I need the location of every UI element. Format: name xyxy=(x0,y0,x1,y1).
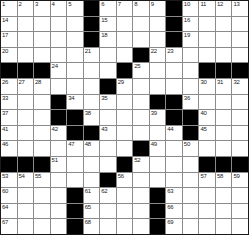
cell-r6c3[interactable]: 28 xyxy=(34,79,50,94)
clue-number: 1 xyxy=(2,1,5,8)
cell-r9c6-black xyxy=(84,126,100,141)
cell-r3c6-black xyxy=(84,32,100,47)
clue-number: 69 xyxy=(167,219,173,226)
cell-r2c1[interactable]: 14 xyxy=(1,17,17,32)
cell-r14c14[interactable] xyxy=(216,204,232,219)
cell-r3c2[interactable] xyxy=(18,32,34,47)
clue-number: 48 xyxy=(85,141,91,148)
cell-r9c14[interactable] xyxy=(216,126,232,141)
cell-r14c12[interactable] xyxy=(183,204,199,219)
cell-r6c11[interactable] xyxy=(166,79,182,94)
cell-r3c7[interactable]: 18 xyxy=(100,32,116,47)
clue-number: 29 xyxy=(118,79,124,86)
clue-number: 10 xyxy=(184,1,190,8)
cell-r12c6[interactable] xyxy=(84,173,100,188)
cell-r12c5[interactable] xyxy=(67,173,83,188)
clue-number: 39 xyxy=(151,110,157,117)
cell-r3c11-black xyxy=(166,32,182,47)
clue-number: 67 xyxy=(2,219,8,226)
cell-r15c12[interactable] xyxy=(183,219,199,234)
clue-number: 50 xyxy=(184,141,190,148)
clue-number: 64 xyxy=(2,204,8,211)
cell-r13c10-black xyxy=(150,188,166,203)
cell-r7c2[interactable] xyxy=(18,95,34,110)
cell-r9c15[interactable] xyxy=(232,126,248,141)
cell-r3c15[interactable] xyxy=(232,32,248,47)
cell-r5c4[interactable]: 24 xyxy=(51,63,67,78)
cell-r2c9[interactable] xyxy=(133,17,149,32)
cell-r11c10[interactable] xyxy=(150,157,166,172)
cell-r12c4[interactable] xyxy=(51,173,67,188)
clue-number: 3 xyxy=(35,1,38,8)
cell-r15c3[interactable] xyxy=(34,219,50,234)
cell-r15c15[interactable] xyxy=(232,219,248,234)
cell-r15c5-black xyxy=(67,219,83,234)
cell-r8c1[interactable]: 37 xyxy=(1,110,17,125)
cell-r4c4[interactable] xyxy=(51,48,67,63)
cell-r10c3[interactable] xyxy=(34,141,50,156)
cell-r10c14[interactable] xyxy=(216,141,232,156)
cell-r9c10[interactable] xyxy=(150,126,166,141)
clue-number: 47 xyxy=(68,141,74,148)
clue-number: 20 xyxy=(2,48,8,55)
cell-r9c13[interactable]: 45 xyxy=(199,126,215,141)
cell-r2c5[interactable] xyxy=(67,17,83,32)
clue-number: 62 xyxy=(101,188,107,195)
cell-r12c12[interactable] xyxy=(183,173,199,188)
cell-r2c2[interactable] xyxy=(18,17,34,32)
cell-r5c10[interactable] xyxy=(150,63,166,78)
cell-r6c14[interactable]: 31 xyxy=(216,79,232,94)
cell-r14c11[interactable]: 66 xyxy=(166,204,182,219)
clue-number: 9 xyxy=(151,1,154,8)
cell-r11c3-black xyxy=(34,157,50,172)
clue-number: 21 xyxy=(85,48,91,55)
cell-r7c9[interactable] xyxy=(133,95,149,110)
cell-r14c6[interactable]: 65 xyxy=(84,204,100,219)
cell-r6c15[interactable]: 32 xyxy=(232,79,248,94)
cell-r8c15[interactable] xyxy=(232,110,248,125)
clue-number: 26 xyxy=(2,79,8,86)
cell-r9c8[interactable] xyxy=(117,126,133,141)
cell-r6c4[interactable] xyxy=(51,79,67,94)
cell-r15c2[interactable] xyxy=(18,219,34,234)
clue-number: 19 xyxy=(184,32,190,39)
clue-number: 2 xyxy=(19,1,22,8)
cell-r8c14[interactable] xyxy=(216,110,232,125)
cell-r6c6[interactable] xyxy=(84,79,100,94)
cell-r2c3[interactable] xyxy=(34,17,50,32)
cell-r10c6[interactable]: 48 xyxy=(84,141,100,156)
cell-r11c7[interactable] xyxy=(100,157,116,172)
clue-number: 57 xyxy=(200,173,206,180)
cell-r9c12-black xyxy=(183,126,199,141)
cell-r10c4[interactable] xyxy=(51,141,67,156)
cell-r6c7-black xyxy=(100,79,116,94)
cell-r7c6[interactable] xyxy=(84,95,100,110)
clue-number: 38 xyxy=(85,110,91,117)
cell-r14c4[interactable] xyxy=(51,204,67,219)
clue-number: 7 xyxy=(118,1,121,8)
cell-r9c2[interactable] xyxy=(18,126,34,141)
clue-number: 60 xyxy=(2,188,8,195)
cell-r10c5[interactable]: 47 xyxy=(67,141,83,156)
clue-number: 44 xyxy=(167,126,173,133)
cell-r14c8[interactable] xyxy=(117,204,133,219)
cell-r6c10[interactable] xyxy=(150,79,166,94)
cell-r9c4[interactable]: 42 xyxy=(51,126,67,141)
cell-r14c5-black xyxy=(67,204,83,219)
clue-number: 32 xyxy=(233,79,239,86)
cell-r14c3[interactable] xyxy=(34,204,50,219)
cell-r13c2[interactable] xyxy=(18,188,34,203)
clue-number: 58 xyxy=(217,173,223,180)
clue-number: 12 xyxy=(217,1,223,8)
cell-r5c11[interactable] xyxy=(166,63,182,78)
cell-r13c8[interactable] xyxy=(117,188,133,203)
cell-r1c12[interactable]: 10 xyxy=(183,1,199,16)
cell-r10c11[interactable] xyxy=(166,141,182,156)
cell-r6c12[interactable] xyxy=(183,79,199,94)
clue-number: 55 xyxy=(35,173,41,180)
cell-r3c8[interactable] xyxy=(117,32,133,47)
cell-r3c14[interactable] xyxy=(216,32,232,47)
cell-r11c5[interactable] xyxy=(67,157,83,172)
cell-r1c1[interactable]: 1 xyxy=(1,1,17,16)
cell-r4c7[interactable] xyxy=(100,48,116,63)
clue-number: 61 xyxy=(85,188,91,195)
cell-r11c8-black xyxy=(117,157,133,172)
cell-r12c14[interactable]: 58 xyxy=(216,173,232,188)
cell-r7c15[interactable] xyxy=(232,95,248,110)
cell-r14c10-black xyxy=(150,204,166,219)
cell-r9c9[interactable] xyxy=(133,126,149,141)
cell-r12c10[interactable] xyxy=(150,173,166,188)
cell-r6c1[interactable]: 26 xyxy=(1,79,17,94)
clue-number: 23 xyxy=(167,48,173,55)
cell-r4c9-black xyxy=(133,48,149,63)
cell-r2c7[interactable]: 15 xyxy=(100,17,116,32)
cell-r5c13-black xyxy=(199,63,215,78)
cell-r12c7-black xyxy=(100,173,116,188)
cell-r5c15-black xyxy=(232,63,248,78)
cell-r1c13[interactable]: 11 xyxy=(199,1,215,16)
cell-r8c4-black xyxy=(51,110,67,125)
cell-r15c13[interactable] xyxy=(199,219,215,234)
cell-r14c1[interactable]: 64 xyxy=(1,204,17,219)
cell-r2c6-black xyxy=(84,17,100,32)
cell-r2c13[interactable] xyxy=(199,17,215,32)
cell-r4c14[interactable] xyxy=(216,48,232,63)
cell-r10c12[interactable]: 50 xyxy=(183,141,199,156)
clue-number: 13 xyxy=(233,1,239,8)
cell-r7c14[interactable] xyxy=(216,95,232,110)
clue-number: 28 xyxy=(35,79,41,86)
clue-number: 49 xyxy=(151,141,157,148)
cell-r13c6[interactable]: 61 xyxy=(84,188,100,203)
cell-r9c3[interactable] xyxy=(34,126,50,141)
cell-r8c8[interactable] xyxy=(117,110,133,125)
cell-r4c1[interactable]: 20 xyxy=(1,48,17,63)
cell-r4c2[interactable] xyxy=(18,48,34,63)
cell-r13c4[interactable] xyxy=(51,188,67,203)
clue-number: 53 xyxy=(2,173,8,180)
cell-r15c9[interactable] xyxy=(133,219,149,234)
clue-number: 25 xyxy=(134,63,140,70)
cell-r3c10[interactable] xyxy=(150,32,166,47)
cell-r15c7[interactable] xyxy=(100,219,116,234)
clue-number: 68 xyxy=(85,219,91,226)
clue-number: 43 xyxy=(101,126,107,133)
cell-r12c1[interactable]: 53 xyxy=(1,173,17,188)
clue-number: 30 xyxy=(200,79,206,86)
cell-r2c8[interactable] xyxy=(117,17,133,32)
cell-r3c12[interactable]: 19 xyxy=(183,32,199,47)
cell-r3c13[interactable] xyxy=(199,32,215,47)
clue-number: 65 xyxy=(85,204,91,211)
cell-r11c2-black xyxy=(18,157,34,172)
cell-r14c9[interactable] xyxy=(133,204,149,219)
cell-r13c5-black xyxy=(67,188,83,203)
crossword-grid: 1234567891011121314151617181920212223242… xyxy=(0,0,249,235)
cell-r8c9[interactable] xyxy=(133,110,149,125)
cell-r13c7[interactable]: 62 xyxy=(100,188,116,203)
cell-r6c2[interactable]: 27 xyxy=(18,79,34,94)
cell-r1c15[interactable]: 13 xyxy=(232,1,248,16)
cell-r11c12[interactable] xyxy=(183,157,199,172)
clue-number: 52 xyxy=(134,157,140,164)
cell-r15c11[interactable]: 69 xyxy=(166,219,182,234)
clue-number: 33 xyxy=(2,95,8,102)
cell-r13c14[interactable] xyxy=(216,188,232,203)
cell-r4c13[interactable] xyxy=(199,48,215,63)
clue-number: 31 xyxy=(217,79,223,86)
cell-r11c14-black xyxy=(216,157,232,172)
clue-number: 45 xyxy=(200,126,206,133)
clue-number: 14 xyxy=(2,17,8,24)
cell-r2c15[interactable] xyxy=(232,17,248,32)
cell-r14c2[interactable] xyxy=(18,204,34,219)
cell-r11c4[interactable]: 51 xyxy=(51,157,67,172)
cell-r7c7[interactable]: 35 xyxy=(100,95,116,110)
cell-r5c9[interactable]: 25 xyxy=(133,63,149,78)
cell-r7c1[interactable]: 33 xyxy=(1,95,17,110)
cell-r5c1-black xyxy=(1,63,17,78)
cell-r4c10[interactable]: 22 xyxy=(150,48,166,63)
clue-number: 18 xyxy=(101,32,107,39)
cell-r15c1[interactable]: 67 xyxy=(1,219,17,234)
cell-r12c8[interactable]: 56 xyxy=(117,173,133,188)
clue-number: 40 xyxy=(200,110,206,117)
cell-r7c3[interactable] xyxy=(34,95,50,110)
cell-r13c1[interactable]: 60 xyxy=(1,188,17,203)
cell-r3c3[interactable] xyxy=(34,32,50,47)
clue-number: 15 xyxy=(101,17,107,24)
cell-r1c10[interactable]: 9 xyxy=(150,1,166,16)
cell-r5c2-black xyxy=(18,63,34,78)
cell-r12c3[interactable]: 55 xyxy=(34,173,50,188)
cell-r2c10[interactable] xyxy=(150,17,166,32)
clue-number: 63 xyxy=(167,188,173,195)
cell-r9c11[interactable]: 44 xyxy=(166,126,182,141)
clue-number: 59 xyxy=(233,173,239,180)
clue-number: 46 xyxy=(2,141,8,148)
cell-r3c9[interactable] xyxy=(133,32,149,47)
cell-r8c13[interactable]: 40 xyxy=(199,110,215,125)
cell-r1c9[interactable]: 8 xyxy=(133,1,149,16)
cell-r4c5[interactable] xyxy=(67,48,83,63)
cell-r8c3[interactable] xyxy=(34,110,50,125)
cell-r2c14[interactable] xyxy=(216,17,232,32)
clue-number: 41 xyxy=(2,126,8,133)
cell-r8c2[interactable] xyxy=(18,110,34,125)
cell-r13c15[interactable] xyxy=(232,188,248,203)
cell-r10c9-black xyxy=(133,141,149,156)
clue-number: 66 xyxy=(167,204,173,211)
cell-r14c7[interactable] xyxy=(100,204,116,219)
cell-r4c12[interactable] xyxy=(183,48,199,63)
clue-number: 24 xyxy=(52,63,58,70)
cell-r4c11[interactable]: 23 xyxy=(166,48,182,63)
cell-r13c9[interactable] xyxy=(133,188,149,203)
clue-number: 4 xyxy=(52,1,55,8)
cell-r7c5[interactable]: 34 xyxy=(67,95,83,110)
cell-r7c10-black xyxy=(150,95,166,110)
cell-r5c14-black xyxy=(216,63,232,78)
cell-r2c12[interactable]: 16 xyxy=(183,17,199,32)
cell-r6c13[interactable]: 30 xyxy=(199,79,215,94)
cell-r3c5[interactable] xyxy=(67,32,83,47)
cell-r12c2[interactable]: 54 xyxy=(18,173,34,188)
cell-r11c13-black xyxy=(199,157,215,172)
cell-r12c9[interactable] xyxy=(133,173,149,188)
cell-r4c3[interactable] xyxy=(34,48,50,63)
cell-r15c14[interactable] xyxy=(216,219,232,234)
cell-r8c6[interactable]: 38 xyxy=(84,110,100,125)
cell-r10c1[interactable]: 46 xyxy=(1,141,17,156)
cell-r11c15-black xyxy=(232,157,248,172)
clue-number: 8 xyxy=(134,1,137,8)
cell-r1c14[interactable]: 12 xyxy=(216,1,232,16)
cell-r11c1-black xyxy=(1,157,17,172)
cell-r9c7[interactable]: 43 xyxy=(100,126,116,141)
cell-r3c4[interactable] xyxy=(51,32,67,47)
cell-r15c4[interactable] xyxy=(51,219,67,234)
clue-number: 17 xyxy=(2,32,8,39)
clue-number: 36 xyxy=(184,95,190,102)
cell-r1c5[interactable]: 5 xyxy=(67,1,83,16)
cell-r1c7[interactable]: 6 xyxy=(100,1,116,16)
cell-r7c8[interactable] xyxy=(117,95,133,110)
cell-r9c1[interactable]: 41 xyxy=(1,126,17,141)
clue-number: 37 xyxy=(2,110,8,117)
cell-r3c1[interactable]: 17 xyxy=(1,32,17,47)
cell-r8c11-black xyxy=(166,110,182,125)
cell-r4c6[interactable]: 21 xyxy=(84,48,100,63)
cell-r4c8[interactable] xyxy=(117,48,133,63)
cell-r13c3[interactable] xyxy=(34,188,50,203)
cell-r12c15[interactable]: 59 xyxy=(232,173,248,188)
cell-r5c12[interactable] xyxy=(183,63,199,78)
cell-r11c9[interactable]: 52 xyxy=(133,157,149,172)
cell-r1c8[interactable]: 7 xyxy=(117,1,133,16)
cell-r15c10-black xyxy=(150,219,166,234)
cell-r5c3-black xyxy=(34,63,50,78)
cell-r10c13[interactable] xyxy=(199,141,215,156)
clue-number: 54 xyxy=(19,173,25,180)
cell-r14c15[interactable] xyxy=(232,204,248,219)
cell-r4c15[interactable] xyxy=(232,48,248,63)
cell-r8c12-black xyxy=(183,110,199,125)
cell-r14c13[interactable] xyxy=(199,204,215,219)
clue-number: 51 xyxy=(52,157,58,164)
clue-number: 27 xyxy=(19,79,25,86)
cell-r12c11[interactable] xyxy=(166,173,182,188)
cell-r10c10[interactable]: 49 xyxy=(150,141,166,156)
cell-r8c7[interactable] xyxy=(100,110,116,125)
cell-r2c4[interactable] xyxy=(51,17,67,32)
cell-r15c8[interactable] xyxy=(117,219,133,234)
clue-number: 5 xyxy=(68,1,71,8)
cell-r8c5-black xyxy=(67,110,83,125)
cell-r1c4[interactable]: 4 xyxy=(51,1,67,16)
clue-number: 35 xyxy=(101,95,107,102)
clue-number: 16 xyxy=(184,17,190,24)
cell-r2c11-black xyxy=(166,17,182,32)
cell-r12c13[interactable]: 57 xyxy=(199,173,215,188)
cell-r6c5[interactable] xyxy=(67,79,83,94)
crossword-page: 1234567891011121314151617181920212223242… xyxy=(0,0,249,235)
cell-r1c6-black xyxy=(84,1,100,16)
cell-r7c13[interactable] xyxy=(199,95,215,110)
clue-number: 11 xyxy=(200,1,206,8)
cell-r5c7[interactable] xyxy=(100,63,116,78)
cell-r7c11-black xyxy=(166,95,182,110)
cell-r7c12[interactable]: 36 xyxy=(183,95,199,110)
cell-r1c2[interactable]: 2 xyxy=(18,1,34,16)
cell-r13c13[interactable] xyxy=(199,188,215,203)
clue-number: 42 xyxy=(52,126,58,133)
cell-r8c10[interactable]: 39 xyxy=(150,110,166,125)
cell-r6c8[interactable]: 29 xyxy=(117,79,133,94)
cell-r10c8[interactable] xyxy=(117,141,133,156)
cell-r1c3[interactable]: 3 xyxy=(34,1,50,16)
cell-r7c4-black xyxy=(51,95,67,110)
cell-r13c12[interactable] xyxy=(183,188,199,203)
cell-r10c7[interactable] xyxy=(100,141,116,156)
cell-r5c5[interactable] xyxy=(67,63,83,78)
cell-r11c11[interactable] xyxy=(166,157,182,172)
clue-number: 34 xyxy=(68,95,74,102)
cell-r5c8-black xyxy=(117,63,133,78)
cell-r10c15[interactable] xyxy=(232,141,248,156)
clue-number: 6 xyxy=(101,1,104,8)
cell-r5c6[interactable] xyxy=(84,63,100,78)
cell-r15c6[interactable]: 68 xyxy=(84,219,100,234)
cell-r6c9[interactable] xyxy=(133,79,149,94)
cell-r10c2[interactable] xyxy=(18,141,34,156)
cell-r13c11[interactable]: 63 xyxy=(166,188,182,203)
cell-r11c6[interactable] xyxy=(84,157,100,172)
cell-r1c11-black xyxy=(166,1,182,16)
cell-r9c5-black xyxy=(67,126,83,141)
clue-number: 56 xyxy=(118,173,124,180)
clue-number: 22 xyxy=(151,48,157,55)
